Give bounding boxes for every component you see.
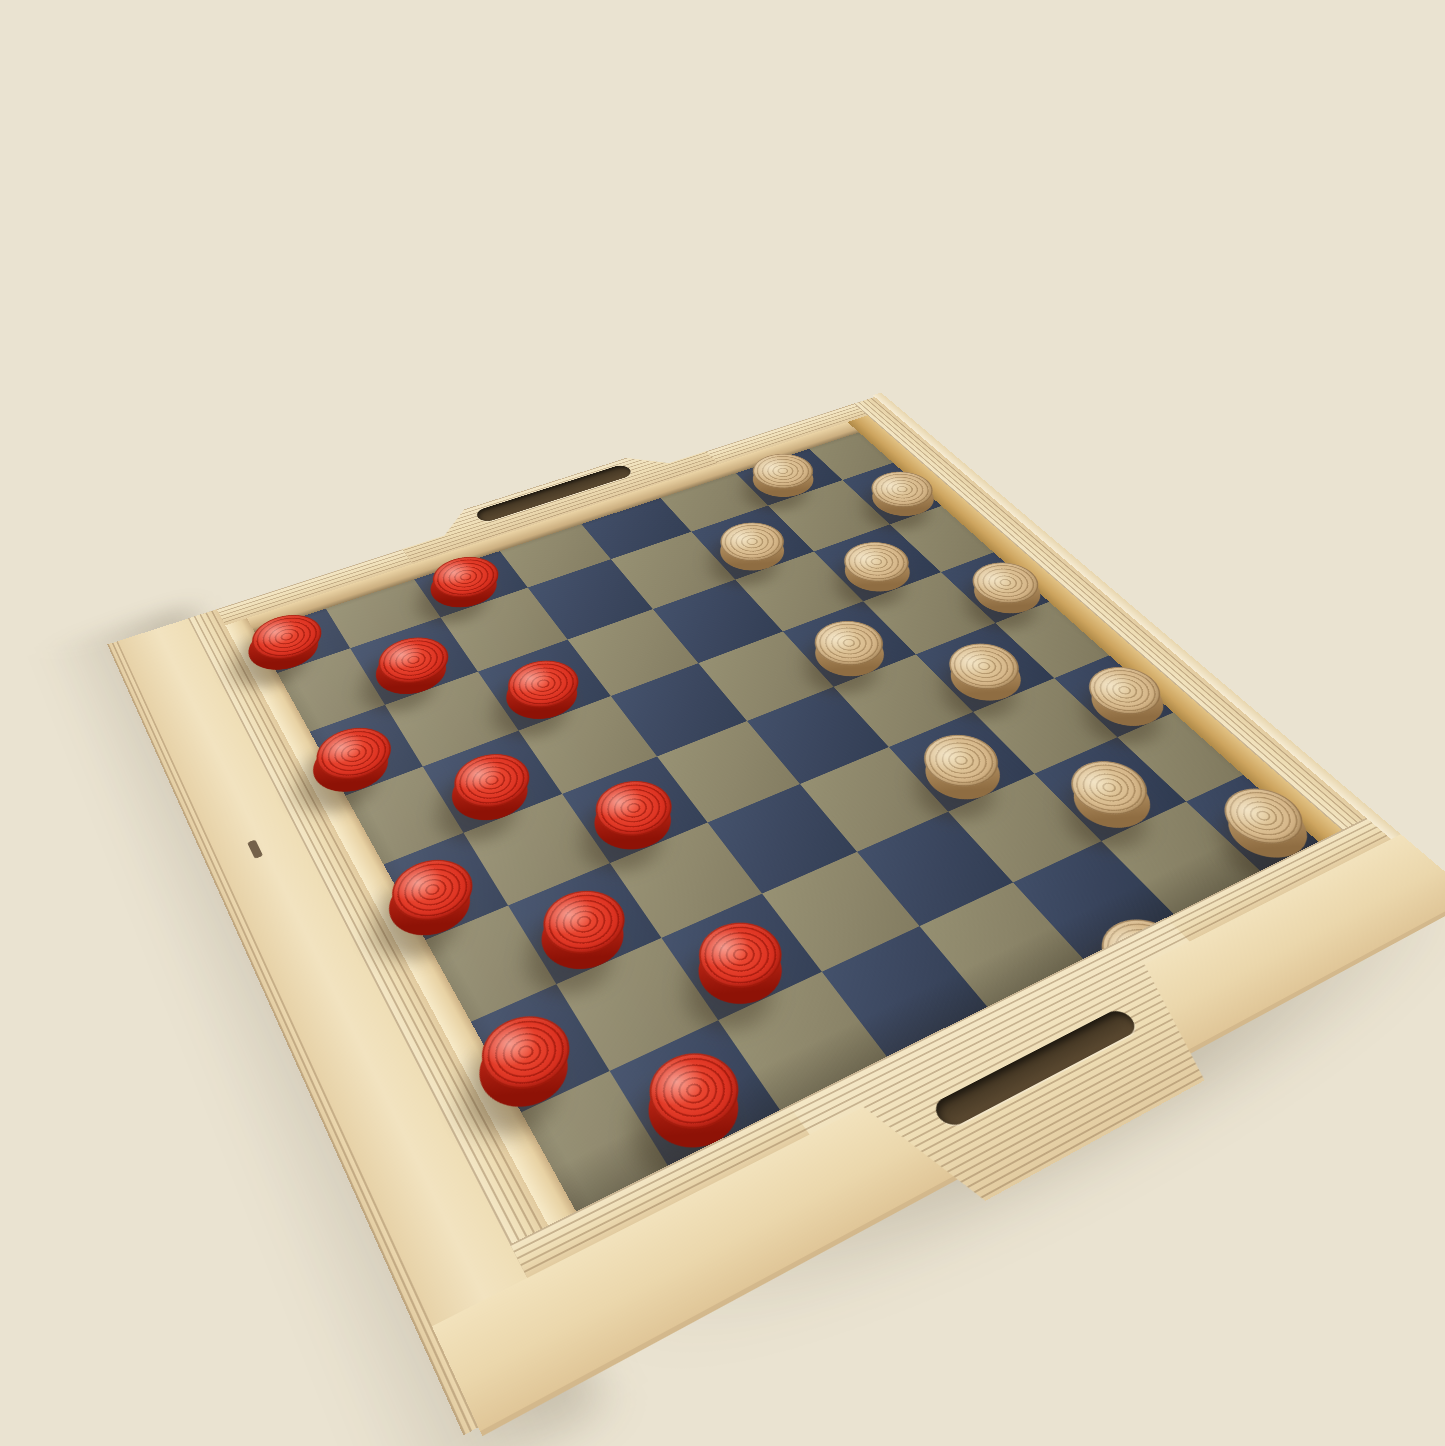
product-photo-stage [0,0,1445,1446]
photo-background [0,0,1445,1446]
serving-tray [188,397,1391,1278]
handle-slot-near [929,1007,1140,1130]
